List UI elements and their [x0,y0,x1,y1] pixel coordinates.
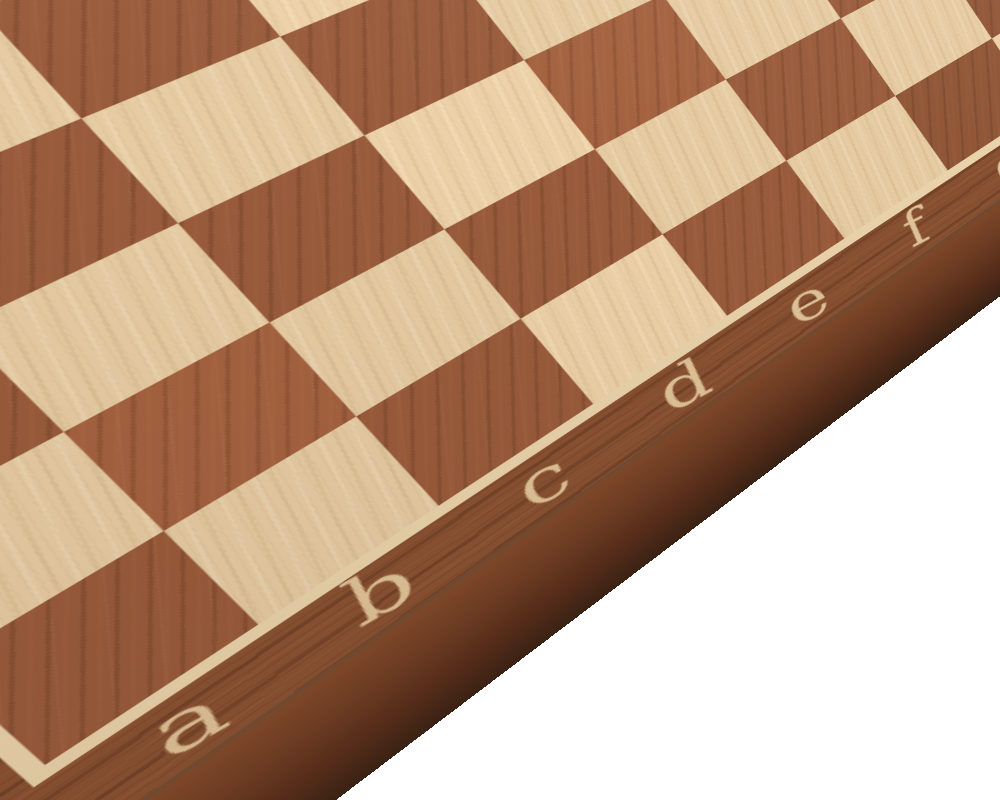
photo-stage: abcdefgh [0,0,1000,800]
chessboard: abcdefgh [0,0,1000,800]
